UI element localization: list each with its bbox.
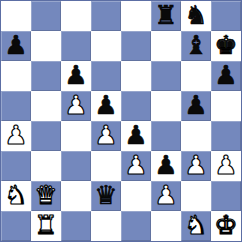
square-f2[interactable]: ♟ <box>151 181 181 211</box>
square-e1[interactable] <box>121 211 151 241</box>
square-f5[interactable] <box>151 91 181 121</box>
square-b3[interactable] <box>31 151 61 181</box>
square-f6[interactable] <box>151 61 181 91</box>
white-king-h1[interactable]: ♚ <box>214 212 237 238</box>
square-g7[interactable]: ♝ <box>181 31 211 61</box>
square-a1[interactable] <box>1 211 31 241</box>
square-h1[interactable]: ♚ <box>211 211 241 241</box>
square-c5[interactable]: ♟ <box>61 91 91 121</box>
white-pawn-f2[interactable]: ♟ <box>154 182 177 208</box>
square-g1[interactable]: ♞ <box>181 211 211 241</box>
black-king-h7[interactable]: ♚ <box>214 32 237 58</box>
square-g3[interactable]: ♟ <box>181 151 211 181</box>
square-e3[interactable]: ♟ <box>121 151 151 181</box>
square-e8[interactable] <box>121 1 151 31</box>
square-c2[interactable] <box>61 181 91 211</box>
black-pawn-f3[interactable]: ♟ <box>154 152 177 178</box>
square-g2[interactable] <box>181 181 211 211</box>
square-d1[interactable] <box>91 211 121 241</box>
square-f1[interactable] <box>151 211 181 241</box>
square-h2[interactable] <box>211 181 241 211</box>
square-d3[interactable] <box>91 151 121 181</box>
black-pawn-a7[interactable]: ♟ <box>4 32 27 58</box>
square-d5[interactable]: ♟ <box>91 91 121 121</box>
black-pawn-h6[interactable]: ♟ <box>214 62 237 88</box>
square-f8[interactable]: ♜ <box>151 1 181 31</box>
square-h7[interactable]: ♚ <box>211 31 241 61</box>
square-a2[interactable]: ♞ <box>1 181 31 211</box>
square-e6[interactable] <box>121 61 151 91</box>
black-pawn-g5[interactable]: ♟ <box>184 92 207 118</box>
black-pawn-d5[interactable]: ♟ <box>94 92 117 118</box>
square-f4[interactable] <box>151 121 181 151</box>
black-queen-d2[interactable]: ♛ <box>94 182 117 208</box>
square-c4[interactable] <box>61 121 91 151</box>
white-knight-g1[interactable]: ♞ <box>184 212 207 238</box>
square-f3[interactable]: ♟ <box>151 151 181 181</box>
square-d4[interactable]: ♟ <box>91 121 121 151</box>
square-f7[interactable] <box>151 31 181 61</box>
black-rook-f8[interactable]: ♜ <box>154 2 177 28</box>
square-c8[interactable] <box>61 1 91 31</box>
white-pawn-g3[interactable]: ♟ <box>184 152 207 178</box>
black-pawn-c6[interactable]: ♟ <box>64 62 87 88</box>
square-a7[interactable]: ♟ <box>1 31 31 61</box>
square-b5[interactable] <box>31 91 61 121</box>
square-c3[interactable] <box>61 151 91 181</box>
square-b6[interactable] <box>31 61 61 91</box>
square-b4[interactable] <box>31 121 61 151</box>
square-a6[interactable] <box>1 61 31 91</box>
white-queen-b2[interactable]: ♛ <box>34 182 57 208</box>
square-h4[interactable] <box>211 121 241 151</box>
square-e4[interactable]: ♟ <box>121 121 151 151</box>
white-pawn-h3[interactable]: ♟ <box>214 152 237 178</box>
square-b1[interactable]: ♜ <box>31 211 61 241</box>
chess-board: ♜♞♟♝♚♟♟♟♟♟♟♟♟♟♟♟♟♞♛♛♟♜♞♚ <box>0 0 242 242</box>
square-c6[interactable]: ♟ <box>61 61 91 91</box>
white-pawn-a4[interactable]: ♟ <box>4 122 27 148</box>
black-bishop-g7[interactable]: ♝ <box>184 32 207 58</box>
square-h8[interactable] <box>211 1 241 31</box>
square-a4[interactable]: ♟ <box>1 121 31 151</box>
square-g8[interactable]: ♞ <box>181 1 211 31</box>
black-knight-g8[interactable]: ♞ <box>184 2 207 28</box>
white-rook-b1[interactable]: ♜ <box>34 212 57 238</box>
square-g6[interactable] <box>181 61 211 91</box>
square-a3[interactable] <box>1 151 31 181</box>
square-a5[interactable] <box>1 91 31 121</box>
square-c1[interactable] <box>61 211 91 241</box>
square-g4[interactable] <box>181 121 211 151</box>
white-pawn-c5[interactable]: ♟ <box>64 92 87 118</box>
square-b7[interactable] <box>31 31 61 61</box>
square-b8[interactable] <box>31 1 61 31</box>
square-d2[interactable]: ♛ <box>91 181 121 211</box>
square-d8[interactable] <box>91 1 121 31</box>
square-e2[interactable] <box>121 181 151 211</box>
square-e5[interactable] <box>121 91 151 121</box>
square-e7[interactable] <box>121 31 151 61</box>
white-knight-a2[interactable]: ♞ <box>4 182 27 208</box>
square-h6[interactable]: ♟ <box>211 61 241 91</box>
square-c7[interactable] <box>61 31 91 61</box>
square-d6[interactable] <box>91 61 121 91</box>
white-pawn-e3[interactable]: ♟ <box>124 152 147 178</box>
black-pawn-e4[interactable]: ♟ <box>124 122 147 148</box>
square-d7[interactable] <box>91 31 121 61</box>
square-a8[interactable] <box>1 1 31 31</box>
square-h3[interactable]: ♟ <box>211 151 241 181</box>
square-b2[interactable]: ♛ <box>31 181 61 211</box>
square-g5[interactable]: ♟ <box>181 91 211 121</box>
white-pawn-d4[interactable]: ♟ <box>94 122 117 148</box>
square-h5[interactable] <box>211 91 241 121</box>
